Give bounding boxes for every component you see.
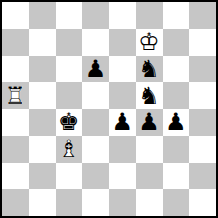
square-e2[interactable] <box>109 163 136 190</box>
square-a3[interactable] <box>2 136 29 163</box>
square-h8[interactable] <box>189 2 216 29</box>
square-a7[interactable] <box>2 29 29 56</box>
square-h6[interactable] <box>189 56 216 83</box>
chess-board: ♚♔♟♞♜♖♞♚♟♟♟♝♗ <box>2 2 216 216</box>
square-e4[interactable]: ♟ <box>109 109 136 136</box>
square-e5[interactable] <box>109 82 136 109</box>
piece-black-king-c4[interactable]: ♚ <box>56 109 83 136</box>
square-g5[interactable] <box>163 82 190 109</box>
square-f6[interactable]: ♞ <box>136 56 163 83</box>
square-f4[interactable]: ♟ <box>136 109 163 136</box>
square-d4[interactable] <box>82 109 109 136</box>
white-rook-fill: ♜ <box>2 82 29 109</box>
square-b7[interactable] <box>29 29 56 56</box>
piece-black-pawn-g4[interactable]: ♟ <box>163 109 190 136</box>
square-f2[interactable] <box>136 163 163 190</box>
square-f3[interactable] <box>136 136 163 163</box>
square-h4[interactable] <box>189 109 216 136</box>
square-h2[interactable] <box>189 163 216 190</box>
square-h5[interactable] <box>189 82 216 109</box>
square-h3[interactable] <box>189 136 216 163</box>
square-e1[interactable] <box>109 189 136 216</box>
square-a2[interactable] <box>2 163 29 190</box>
square-c6[interactable] <box>56 56 83 83</box>
square-e3[interactable] <box>109 136 136 163</box>
square-a1[interactable] <box>2 189 29 216</box>
square-d7[interactable] <box>82 29 109 56</box>
square-c4[interactable]: ♚ <box>56 109 83 136</box>
square-f1[interactable] <box>136 189 163 216</box>
square-c7[interactable] <box>56 29 83 56</box>
square-h7[interactable] <box>189 29 216 56</box>
piece-white-king-f7[interactable]: ♔ <box>136 29 163 56</box>
piece-black-pawn-e4[interactable]: ♟ <box>109 109 136 136</box>
square-f7[interactable]: ♚♔ <box>136 29 163 56</box>
piece-white-bishop-c3[interactable]: ♗ <box>56 136 83 163</box>
square-g2[interactable] <box>163 163 190 190</box>
square-a4[interactable] <box>2 109 29 136</box>
chess-board-frame: ♚♔♟♞♜♖♞♚♟♟♟♝♗ <box>0 0 218 218</box>
square-a6[interactable] <box>2 56 29 83</box>
square-b6[interactable] <box>29 56 56 83</box>
square-g4[interactable]: ♟ <box>163 109 190 136</box>
square-b3[interactable] <box>29 136 56 163</box>
piece-black-knight-f5[interactable]: ♞ <box>136 82 163 109</box>
square-e6[interactable] <box>109 56 136 83</box>
square-c1[interactable] <box>56 189 83 216</box>
square-g7[interactable] <box>163 29 190 56</box>
square-b1[interactable] <box>29 189 56 216</box>
square-h1[interactable] <box>189 189 216 216</box>
white-bishop-fill: ♝ <box>56 136 83 163</box>
square-g6[interactable] <box>163 56 190 83</box>
piece-black-pawn-f4[interactable]: ♟ <box>136 109 163 136</box>
square-b5[interactable] <box>29 82 56 109</box>
square-c2[interactable] <box>56 163 83 190</box>
square-d2[interactable] <box>82 163 109 190</box>
square-b4[interactable] <box>29 109 56 136</box>
square-g3[interactable] <box>163 136 190 163</box>
square-d8[interactable] <box>82 2 109 29</box>
piece-white-rook-a5[interactable]: ♖ <box>2 82 29 109</box>
square-a8[interactable] <box>2 2 29 29</box>
square-e8[interactable] <box>109 2 136 29</box>
square-d1[interactable] <box>82 189 109 216</box>
square-c3[interactable]: ♝♗ <box>56 136 83 163</box>
white-king-fill: ♚ <box>136 29 163 56</box>
square-b2[interactable] <box>29 163 56 190</box>
square-f5[interactable]: ♞ <box>136 82 163 109</box>
square-e7[interactable] <box>109 29 136 56</box>
square-g1[interactable] <box>163 189 190 216</box>
piece-black-knight-f6[interactable]: ♞ <box>136 56 163 83</box>
square-d3[interactable] <box>82 136 109 163</box>
square-c8[interactable] <box>56 2 83 29</box>
square-c5[interactable] <box>56 82 83 109</box>
square-f8[interactable] <box>136 2 163 29</box>
square-g8[interactable] <box>163 2 190 29</box>
piece-black-pawn-d6[interactable]: ♟ <box>82 56 109 83</box>
square-d6[interactable]: ♟ <box>82 56 109 83</box>
square-d5[interactable] <box>82 82 109 109</box>
square-a5[interactable]: ♜♖ <box>2 82 29 109</box>
square-b8[interactable] <box>29 2 56 29</box>
